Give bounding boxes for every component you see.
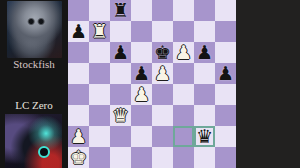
- square-g6[interactable]: ♟: [194, 42, 215, 63]
- square-f7[interactable]: [173, 21, 194, 42]
- square-a8[interactable]: [68, 0, 89, 21]
- square-c5[interactable]: [110, 63, 131, 84]
- square-h4[interactable]: [215, 84, 236, 105]
- square-e7[interactable]: [152, 21, 173, 42]
- square-h2[interactable]: [215, 126, 236, 147]
- square-a6[interactable]: [68, 42, 89, 63]
- square-f1[interactable]: [173, 147, 194, 168]
- square-e3[interactable]: [152, 105, 173, 126]
- square-a3[interactable]: [68, 105, 89, 126]
- square-a7[interactable]: ♟: [68, 21, 89, 42]
- square-g8[interactable]: [194, 0, 215, 21]
- square-e5[interactable]: ♟: [152, 63, 173, 84]
- square-f3[interactable]: [173, 105, 194, 126]
- square-c7[interactable]: [110, 21, 131, 42]
- square-a2[interactable]: ♟: [68, 126, 89, 147]
- square-d7[interactable]: [131, 21, 152, 42]
- white-pawn: ♟: [152, 63, 173, 84]
- black-queen: ♛: [194, 126, 215, 147]
- square-b8[interactable]: [89, 0, 110, 21]
- square-g1[interactable]: [194, 147, 215, 168]
- square-c4[interactable]: [110, 84, 131, 105]
- square-f8[interactable]: [173, 0, 194, 21]
- black-pawn: ♟: [131, 63, 152, 84]
- square-h7[interactable]: [215, 21, 236, 42]
- black-pawn: ♟: [68, 21, 89, 42]
- black-pawn: ♟: [194, 42, 215, 63]
- square-e1[interactable]: [152, 147, 173, 168]
- square-c3[interactable]: ♛: [110, 105, 131, 126]
- square-h6[interactable]: [215, 42, 236, 63]
- white-pawn: ♟: [173, 42, 194, 63]
- white-rook: ♜: [89, 21, 110, 42]
- square-d2[interactable]: [131, 126, 152, 147]
- square-b7[interactable]: ♜: [89, 21, 110, 42]
- square-d3[interactable]: [131, 105, 152, 126]
- black-pawn: ♟: [110, 42, 131, 63]
- white-pawn: ♟: [131, 84, 152, 105]
- black-king: ♚: [152, 42, 173, 63]
- stockfish-terminator-logo: [7, 1, 62, 58]
- square-g7[interactable]: [194, 21, 215, 42]
- square-c8[interactable]: ♜: [110, 0, 131, 21]
- white-king: ♚: [68, 147, 89, 168]
- square-d1[interactable]: [131, 147, 152, 168]
- square-e8[interactable]: [152, 0, 173, 21]
- white-queen: ♛: [110, 105, 131, 126]
- square-g4[interactable]: [194, 84, 215, 105]
- lczero-cyborg-logo: [5, 114, 62, 168]
- square-e4[interactable]: [152, 84, 173, 105]
- square-a4[interactable]: [68, 84, 89, 105]
- square-b3[interactable]: [89, 105, 110, 126]
- square-b1[interactable]: [89, 147, 110, 168]
- cyborg-eye-icon: [38, 146, 50, 158]
- chess-board[interactable]: ♜♟♜♟♚♟♟♟♟♟♟♛♟♛♚: [68, 0, 236, 168]
- black-rook: ♜: [110, 0, 131, 21]
- square-g3[interactable]: [194, 105, 215, 126]
- square-h8[interactable]: [215, 0, 236, 21]
- square-c1[interactable]: [110, 147, 131, 168]
- square-a1[interactable]: ♚: [68, 147, 89, 168]
- square-a5[interactable]: [68, 63, 89, 84]
- square-c2[interactable]: [110, 126, 131, 147]
- square-b4[interactable]: [89, 84, 110, 105]
- square-f6[interactable]: ♟: [173, 42, 194, 63]
- square-g5[interactable]: [194, 63, 215, 84]
- square-f5[interactable]: [173, 63, 194, 84]
- square-h5[interactable]: ♟: [215, 63, 236, 84]
- square-g2[interactable]: ♛: [194, 126, 215, 147]
- black-pawn: ♟: [215, 63, 236, 84]
- square-h3[interactable]: [215, 105, 236, 126]
- square-f4[interactable]: [173, 84, 194, 105]
- video-frame: Stockfish LC Zero ♜♟♜♟♚♟♟♟♟♟♟♛♟♛♚: [0, 0, 300, 168]
- square-e6[interactable]: ♚: [152, 42, 173, 63]
- player-name-stockfish: Stockfish: [0, 58, 68, 70]
- white-pawn: ♟: [68, 126, 89, 147]
- square-f2[interactable]: [173, 126, 194, 147]
- square-c6[interactable]: ♟: [110, 42, 131, 63]
- square-b6[interactable]: [89, 42, 110, 63]
- square-h1[interactable]: [215, 147, 236, 168]
- square-b5[interactable]: [89, 63, 110, 84]
- player-name-lczero: LC Zero: [0, 99, 68, 111]
- square-d6[interactable]: [131, 42, 152, 63]
- players-panel: Stockfish LC Zero: [0, 0, 68, 168]
- square-d8[interactable]: [131, 0, 152, 21]
- right-margin: [236, 0, 300, 168]
- square-b2[interactable]: [89, 126, 110, 147]
- square-e2[interactable]: [152, 126, 173, 147]
- square-d4[interactable]: ♟: [131, 84, 152, 105]
- square-d5[interactable]: ♟: [131, 63, 152, 84]
